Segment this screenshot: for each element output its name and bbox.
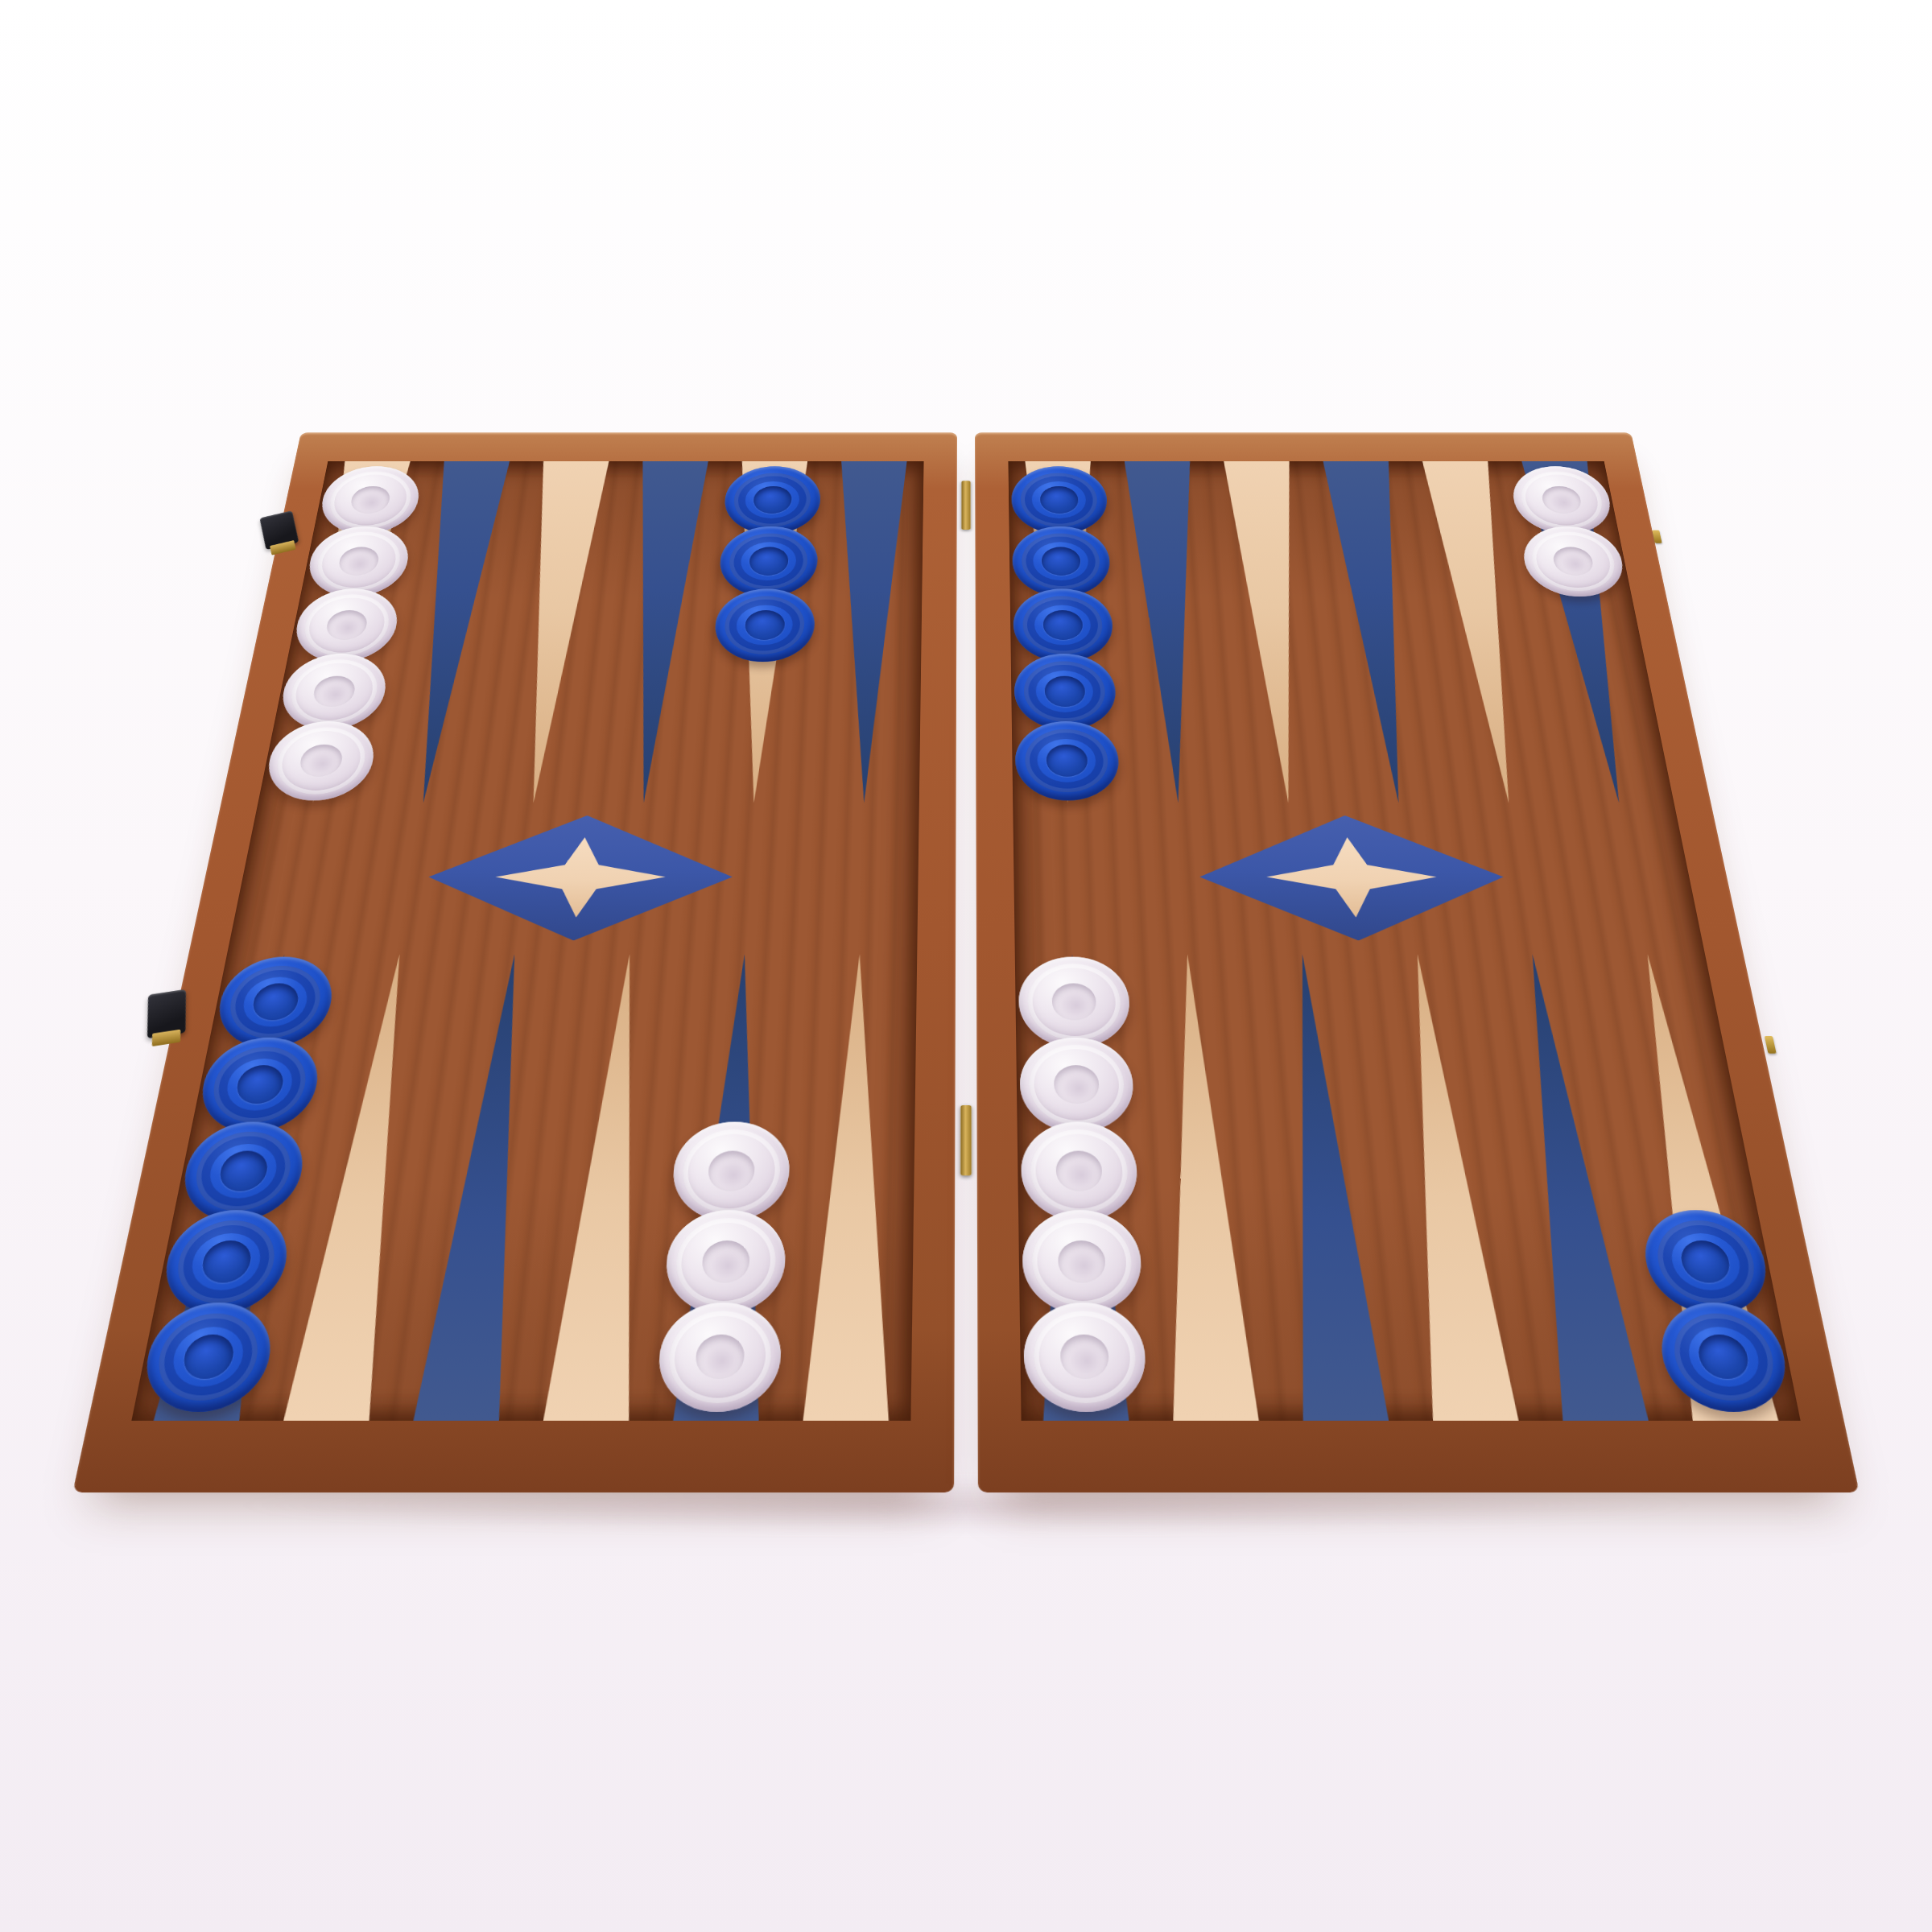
stacks-row-bottom-right — [1013, 877, 1800, 1421]
checker-white-point-24 — [1509, 466, 1616, 534]
stack-point-7 — [781, 877, 918, 1421]
checker-blue-point-1 — [1653, 1302, 1795, 1412]
stacks-row-top-left — [243, 461, 924, 877]
checker-white-point-6 — [1018, 957, 1132, 1048]
hinge-bottom — [960, 1105, 972, 1175]
checker-blue-point-19 — [1011, 466, 1108, 534]
checker-white-point-6 — [1023, 1302, 1148, 1412]
checker-blue-point-19 — [1013, 654, 1117, 729]
checker-white-point-13 — [262, 721, 380, 800]
hinge-seam — [954, 432, 978, 1492]
checker-white-point-13 — [316, 466, 423, 534]
checker-white-point-13 — [290, 588, 402, 662]
checker-blue-point-17 — [722, 466, 822, 534]
hinge-top — [961, 481, 970, 530]
latch-top-left — [259, 510, 299, 550]
checker-white-point-8 — [670, 1122, 791, 1222]
playing-field-right — [1008, 461, 1800, 1421]
stack-point-18 — [806, 461, 924, 877]
checker-blue-point-19 — [1014, 721, 1120, 800]
checker-white-point-8 — [655, 1302, 783, 1412]
checker-white-point-24 — [1519, 526, 1629, 597]
playing-field-left — [131, 461, 923, 1421]
checker-blue-point-17 — [712, 588, 816, 662]
checker-blue-point-19 — [1012, 526, 1111, 597]
backgammon-photo — [0, 0, 1932, 1932]
checker-white-point-8 — [663, 1210, 787, 1314]
checker-blue-point-19 — [1013, 588, 1114, 662]
latch-bottom-left — [147, 989, 186, 1038]
checker-white-point-13 — [276, 654, 391, 729]
checker-white-point-13 — [303, 526, 413, 597]
stack-point-19 — [1008, 461, 1126, 877]
panel-left — [72, 432, 957, 1492]
checker-blue-point-17 — [717, 526, 819, 597]
checker-white-point-6 — [1020, 1122, 1138, 1222]
checker-white-point-6 — [1022, 1210, 1143, 1314]
checker-blue-point-12 — [137, 1302, 279, 1412]
checker-white-point-6 — [1019, 1038, 1135, 1133]
stacks-row-bottom-left — [131, 877, 918, 1421]
checker-blue-point-12 — [157, 1210, 295, 1314]
stacks-row-top-right — [1008, 461, 1689, 877]
pin-bottom-right — [1765, 1036, 1777, 1054]
panel-right — [975, 432, 1860, 1492]
checker-blue-point-12 — [194, 1038, 325, 1133]
checker-blue-point-1 — [1637, 1210, 1775, 1314]
checker-blue-point-12 — [211, 957, 339, 1048]
backgammon-board — [72, 432, 1860, 1492]
checker-blue-point-12 — [175, 1122, 310, 1222]
